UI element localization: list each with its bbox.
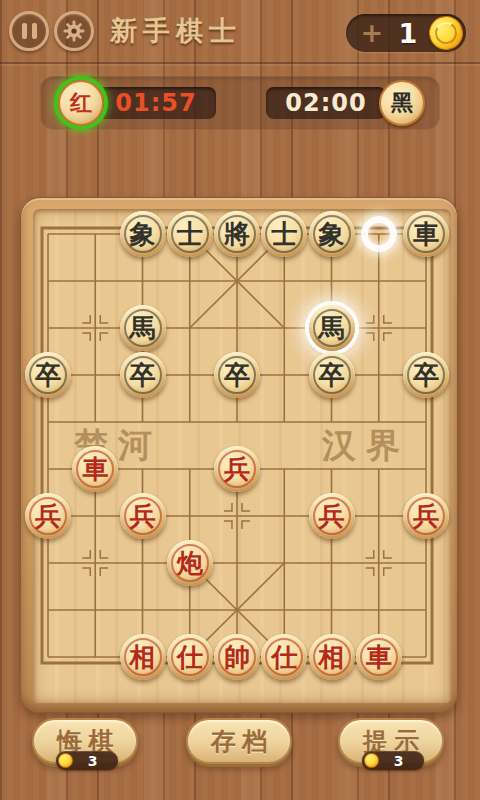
piece-black-soldier[interactable]: 卒 (309, 352, 355, 398)
river-text-right: 汉界 (321, 425, 410, 465)
piece-red-soldier[interactable]: 兵 (309, 493, 355, 539)
piece-red-elephant[interactable]: 相 (309, 634, 355, 680)
pause-button[interactable] (9, 11, 49, 51)
piece-red-elephant[interactable]: 相 (120, 634, 166, 680)
piece-black-soldier[interactable]: 卒 (120, 352, 166, 398)
board-mat: 楚河汉界 象士將士象車馬馬卒卒卒卒卒車兵兵兵兵兵炮相仕帥仕相車 (20, 197, 458, 713)
piece-red-advisor[interactable]: 仕 (261, 634, 307, 680)
piece-black-advisor[interactable]: 士 (261, 211, 307, 257)
piece-red-rook[interactable]: 車 (356, 634, 402, 680)
add-coins-icon[interactable]: + (360, 17, 383, 48)
piece-black-elephant[interactable]: 象 (309, 211, 355, 257)
coin-counter[interactable]: + 1 (346, 14, 466, 52)
piece-red-soldier[interactable]: 兵 (25, 493, 71, 539)
page-title: 新手棋士 (110, 13, 242, 49)
piece-black-soldier[interactable]: 卒 (403, 352, 449, 398)
piece-black-soldier[interactable]: 卒 (214, 352, 260, 398)
gear-icon (62, 19, 86, 43)
settings-button[interactable] (54, 11, 94, 51)
coin-count: 1 (393, 18, 423, 49)
red-timer: 01:57 (96, 87, 216, 119)
piece-black-horse[interactable]: 馬 (120, 305, 166, 351)
save-button[interactable]: 存档 (186, 718, 292, 764)
piece-red-soldier[interactable]: 兵 (120, 493, 166, 539)
piece-black-soldier[interactable]: 卒 (25, 352, 71, 398)
coin-icon (364, 753, 379, 768)
piece-red-advisor[interactable]: 仕 (167, 634, 213, 680)
piece-red-soldier[interactable]: 兵 (403, 493, 449, 539)
piece-red-rook[interactable]: 車 (72, 446, 118, 492)
red-player-badge: 红 (58, 80, 104, 126)
hint-cost-count: 3 (379, 753, 424, 769)
piece-black-horse[interactable]: 馬 (309, 305, 355, 351)
piece-red-general[interactable]: 帥 (214, 634, 260, 680)
piece-black-advisor[interactable]: 士 (167, 211, 213, 257)
piece-black-general[interactable]: 將 (214, 211, 260, 257)
piece-red-cannon[interactable]: 炮 (167, 540, 213, 586)
pause-icon (22, 23, 37, 39)
board-field[interactable]: 楚河汉界 象士將士象車馬馬卒卒卒卒卒車兵兵兵兵兵炮相仕帥仕相車 (33, 209, 451, 703)
undo-cost-badge: 3 (56, 751, 118, 770)
piece-black-rook[interactable]: 車 (403, 211, 449, 257)
last-move-origin-marker (361, 216, 397, 252)
hint-cost-badge: 3 (362, 751, 424, 770)
coin-icon (58, 753, 73, 768)
piece-black-elephant[interactable]: 象 (120, 211, 166, 257)
black-player-badge: 黑 (379, 80, 425, 126)
black-timer: 02:00 (266, 87, 386, 119)
piece-red-soldier[interactable]: 兵 (214, 446, 260, 492)
undo-cost-count: 3 (73, 753, 118, 769)
coin-icon (425, 12, 466, 53)
